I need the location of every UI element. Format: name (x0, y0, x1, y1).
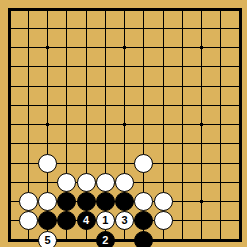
move-number-label: 2 (102, 234, 108, 245)
stone-white (115, 173, 134, 192)
stone-black (38, 211, 57, 230)
stone-white (77, 173, 96, 192)
stone-white-move-5: 5 (38, 231, 57, 247)
stone-black-move-4: 4 (77, 211, 96, 230)
stone-white (154, 192, 173, 211)
star-point (123, 46, 126, 49)
star-point (200, 200, 203, 203)
move-number-label: 5 (44, 234, 50, 245)
stone-white (19, 192, 38, 211)
move-number-label: 1 (102, 215, 108, 226)
star-point (123, 123, 126, 126)
stone-black (134, 231, 153, 247)
star-point (200, 123, 203, 126)
move-number-label: 4 (83, 215, 89, 226)
stone-black-move-2: 2 (96, 231, 115, 247)
stone-black (96, 192, 115, 211)
board-edge-line-v (239, 8, 242, 242)
stone-white (38, 192, 57, 211)
stone-white (134, 154, 153, 173)
stone-black (134, 211, 153, 230)
star-point (200, 46, 203, 49)
grid-line-v (220, 8, 221, 242)
star-point (46, 46, 49, 49)
stone-black (57, 211, 76, 230)
stone-white (134, 192, 153, 211)
grid-line-v (182, 8, 183, 242)
stone-black (77, 192, 96, 211)
grid-line-h (8, 143, 242, 144)
stone-white (96, 173, 115, 192)
stone-white (38, 154, 57, 173)
stone-black (57, 192, 76, 211)
stone-white-move-3: 3 (115, 211, 134, 230)
move-number-label: 3 (121, 215, 127, 226)
stone-white (19, 211, 38, 230)
go-board: 41352 (0, 0, 247, 247)
go-diagram: 41352 (0, 0, 247, 247)
stone-white-move-1: 1 (96, 211, 115, 230)
stone-white (154, 211, 173, 230)
stone-white (57, 173, 76, 192)
stone-black (115, 192, 134, 211)
star-point (46, 123, 49, 126)
